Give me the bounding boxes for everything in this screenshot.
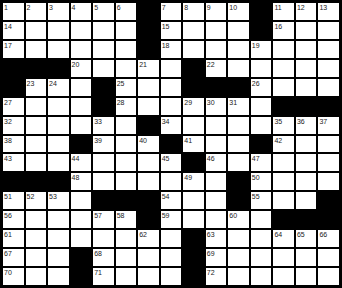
cell-r8c5[interactable]: 39	[92, 135, 115, 154]
cell-r3c6[interactable]	[115, 40, 138, 59]
cell-r11c2[interactable]: 52	[25, 191, 48, 210]
cell-r2c4[interactable]	[70, 21, 93, 40]
cell-r11c4[interactable]	[70, 191, 93, 210]
cell-r1c5[interactable]: 5	[92, 2, 115, 21]
clue-number: 44	[72, 154, 80, 163]
cell-r3c4[interactable]	[70, 40, 93, 59]
clue-number: 48	[72, 173, 80, 182]
clue-number: 9	[207, 3, 211, 12]
clue-number: 36	[297, 117, 305, 126]
clue-number: 15	[162, 22, 170, 31]
cell-r7c4[interactable]	[70, 116, 93, 135]
clue-number: 42	[274, 136, 282, 145]
cell-r1c1[interactable]: 1	[2, 2, 25, 21]
cell-r3c14[interactable]	[295, 40, 318, 59]
clue-number: 5	[94, 3, 98, 12]
cell-r10c15[interactable]	[317, 172, 340, 191]
cell-r14c11[interactable]	[227, 248, 250, 267]
block-cell-r5c1	[2, 78, 25, 97]
cell-r8c11[interactable]	[227, 135, 250, 154]
cell-r13c2[interactable]	[25, 229, 48, 248]
block-cell-r7c7	[137, 116, 160, 135]
cell-r5c12[interactable]: 26	[250, 78, 273, 97]
cell-r8c9[interactable]: 41	[182, 135, 205, 154]
cell-r12c9[interactable]	[182, 210, 205, 229]
clue-number: 43	[4, 154, 12, 163]
block-cell-r6c15	[317, 97, 340, 116]
clue-number: 26	[252, 79, 260, 88]
clue-number: 58	[117, 211, 125, 220]
cell-r2c11[interactable]	[227, 21, 250, 40]
clue-number: 1	[4, 3, 8, 12]
cell-r5c3[interactable]: 24	[47, 78, 70, 97]
clue-number: 33	[94, 117, 102, 126]
cell-r7c2[interactable]	[25, 116, 48, 135]
cell-r12c1[interactable]: 56	[2, 210, 25, 229]
clue-number: 59	[162, 211, 170, 220]
cell-r15c13[interactable]	[272, 267, 295, 286]
cell-r9c3[interactable]	[47, 153, 70, 172]
cell-r14c10[interactable]: 69	[205, 248, 228, 267]
cell-r14c13[interactable]	[272, 248, 295, 267]
block-cell-r4c1	[2, 59, 25, 78]
cell-r15c12[interactable]	[250, 267, 273, 286]
block-cell-r1c12	[250, 2, 273, 21]
cell-r13c6[interactable]	[115, 229, 138, 248]
cell-r15c10[interactable]: 72	[205, 267, 228, 286]
cell-r12c4[interactable]	[70, 210, 93, 229]
clue-number: 23	[27, 79, 35, 88]
clue-number: 17	[4, 41, 12, 50]
cell-r6c4[interactable]	[70, 97, 93, 116]
clue-number: 20	[72, 60, 80, 69]
cell-r14c8[interactable]	[160, 248, 183, 267]
cell-r6c2[interactable]	[25, 97, 48, 116]
cell-r13c13[interactable]: 64	[272, 229, 295, 248]
cell-r12c5[interactable]: 57	[92, 210, 115, 229]
clue-number: 52	[27, 192, 35, 201]
block-cell-r4c9	[182, 59, 205, 78]
cell-r11c9[interactable]	[182, 191, 205, 210]
cell-r10c14[interactable]	[295, 172, 318, 191]
cell-r9c5[interactable]	[92, 153, 115, 172]
block-cell-r11c11	[227, 191, 250, 210]
cell-r5c14[interactable]	[295, 78, 318, 97]
cell-r7c1[interactable]: 32	[2, 116, 25, 135]
cell-r10c8[interactable]	[160, 172, 183, 191]
cell-r7c6[interactable]	[115, 116, 138, 135]
cell-r2c2[interactable]	[25, 21, 48, 40]
clue-number: 47	[252, 154, 260, 163]
block-cell-r10c11	[227, 172, 250, 191]
cell-r10c5[interactable]	[92, 172, 115, 191]
cell-r10c13[interactable]	[272, 172, 295, 191]
cell-r7c15[interactable]: 37	[317, 116, 340, 135]
clue-number: 72	[207, 268, 215, 277]
cell-r10c7[interactable]	[137, 172, 160, 191]
cell-r7c11[interactable]	[227, 116, 250, 135]
cell-r3c2[interactable]	[25, 40, 48, 59]
cell-r11c14[interactable]	[295, 191, 318, 210]
cell-r1c9[interactable]: 8	[182, 2, 205, 21]
cell-r8c7[interactable]: 40	[137, 135, 160, 154]
cell-r1c8[interactable]: 7	[160, 2, 183, 21]
cell-r2c15[interactable]	[317, 21, 340, 40]
cell-r11c12[interactable]: 55	[250, 191, 273, 210]
cell-r2c14[interactable]	[295, 21, 318, 40]
clue-number: 11	[274, 3, 281, 12]
cell-r13c4[interactable]	[70, 229, 93, 248]
clue-number: 28	[117, 98, 125, 107]
cell-r14c14[interactable]	[295, 248, 318, 267]
cell-r14c7[interactable]	[137, 248, 160, 267]
cell-r3c12[interactable]: 19	[250, 40, 273, 59]
cell-r1c10[interactable]: 9	[205, 2, 228, 21]
cell-r8c6[interactable]	[115, 135, 138, 154]
clue-number: 16	[274, 22, 282, 31]
cell-r3c13[interactable]	[272, 40, 295, 59]
block-cell-r4c3	[47, 59, 70, 78]
cell-r13c11[interactable]	[227, 229, 250, 248]
cell-r5c7[interactable]	[137, 78, 160, 97]
cell-r12c2[interactable]	[25, 210, 48, 229]
block-cell-r14c4	[70, 248, 93, 267]
cell-r11c3[interactable]: 53	[47, 191, 70, 210]
cell-r9c1[interactable]: 43	[2, 153, 25, 172]
cell-r6c3[interactable]	[47, 97, 70, 116]
cell-r3c9[interactable]	[182, 40, 205, 59]
cell-r9c8[interactable]: 45	[160, 153, 183, 172]
cell-r5c2[interactable]: 23	[25, 78, 48, 97]
cell-r2c1[interactable]: 14	[2, 21, 25, 40]
cell-r1c4[interactable]: 4	[70, 2, 93, 21]
block-cell-r2c7	[137, 21, 160, 40]
clue-number: 37	[319, 117, 327, 126]
cell-r6c1[interactable]: 27	[2, 97, 25, 116]
block-cell-r12c13	[272, 210, 295, 229]
cell-r15c6[interactable]	[115, 267, 138, 286]
cell-r7c12[interactable]	[250, 116, 273, 135]
block-cell-r9c9	[182, 153, 205, 172]
block-cell-r10c2	[25, 172, 48, 191]
cell-r4c6[interactable]	[115, 59, 138, 78]
cell-r10c6[interactable]	[115, 172, 138, 191]
cell-r2c10[interactable]	[205, 21, 228, 40]
cell-r13c1[interactable]: 61	[2, 229, 25, 248]
cell-r4c10[interactable]: 22	[205, 59, 228, 78]
cell-r11c1[interactable]: 51	[2, 191, 25, 210]
cell-r9c2[interactable]	[25, 153, 48, 172]
cell-r8c14[interactable]	[295, 135, 318, 154]
cell-r6c12[interactable]	[250, 97, 273, 116]
cell-r15c15[interactable]	[317, 267, 340, 286]
block-cell-r5c5	[92, 78, 115, 97]
clue-number: 56	[4, 211, 12, 220]
block-cell-r10c1	[2, 172, 25, 191]
cell-r9c14[interactable]	[295, 153, 318, 172]
cell-r15c7[interactable]	[137, 267, 160, 286]
cell-r11c13[interactable]	[272, 191, 295, 210]
clue-number: 62	[139, 230, 147, 239]
clue-number: 6	[117, 3, 121, 12]
clue-number: 46	[207, 154, 215, 163]
cell-r14c15[interactable]	[317, 248, 340, 267]
block-cell-r12c15	[317, 210, 340, 229]
cell-r14c2[interactable]	[25, 248, 48, 267]
cell-r2c9[interactable]	[182, 21, 205, 40]
cell-r1c15[interactable]: 13	[317, 2, 340, 21]
cell-r4c14[interactable]	[295, 59, 318, 78]
clue-number: 32	[4, 117, 12, 126]
cell-r10c10[interactable]	[205, 172, 228, 191]
cell-r13c14[interactable]: 65	[295, 229, 318, 248]
cell-r5c4[interactable]	[70, 78, 93, 97]
cell-r2c8[interactable]: 15	[160, 21, 183, 40]
clue-number: 49	[184, 173, 192, 182]
cell-r14c5[interactable]: 68	[92, 248, 115, 267]
block-cell-r10c3	[47, 172, 70, 191]
cell-r7c13[interactable]: 35	[272, 116, 295, 135]
cell-r9c6[interactable]	[115, 153, 138, 172]
cell-r15c2[interactable]	[25, 267, 48, 286]
block-cell-r6c14	[295, 97, 318, 116]
cell-r14c3[interactable]	[47, 248, 70, 267]
block-cell-r11c15	[317, 191, 340, 210]
clue-number: 41	[184, 136, 192, 145]
cell-r2c3[interactable]	[47, 21, 70, 40]
cell-r7c14[interactable]: 36	[295, 116, 318, 135]
clue-number: 38	[4, 136, 12, 145]
cell-r12c6[interactable]: 58	[115, 210, 138, 229]
clue-number: 66	[319, 230, 327, 239]
clue-number: 51	[4, 192, 12, 201]
clue-number: 18	[162, 41, 170, 50]
cell-r1c6[interactable]: 6	[115, 2, 138, 21]
cell-r4c12[interactable]	[250, 59, 273, 78]
cell-r12c11[interactable]: 60	[227, 210, 250, 229]
cell-r6c9[interactable]: 29	[182, 97, 205, 116]
cell-r8c3[interactable]	[47, 135, 70, 154]
cell-r12c12[interactable]	[250, 210, 273, 229]
clue-number: 24	[49, 79, 57, 88]
cell-r5c8[interactable]	[160, 78, 183, 97]
cell-r3c10[interactable]	[205, 40, 228, 59]
cell-r5c13[interactable]	[272, 78, 295, 97]
clue-number: 7	[162, 3, 166, 12]
cell-r5c15[interactable]	[317, 78, 340, 97]
block-cell-r2c12	[250, 21, 273, 40]
block-cell-r14c9	[182, 248, 205, 267]
cell-r7c10[interactable]	[205, 116, 228, 135]
clue-number: 39	[94, 136, 102, 145]
cell-r15c5[interactable]: 71	[92, 267, 115, 286]
cell-r4c11[interactable]	[227, 59, 250, 78]
cell-r3c15[interactable]	[317, 40, 340, 59]
cell-r11c8[interactable]: 54	[160, 191, 183, 210]
clue-number: 68	[94, 249, 102, 258]
cell-r11c10[interactable]	[205, 191, 228, 210]
clue-number: 2	[27, 3, 31, 12]
cell-r1c3[interactable]: 3	[47, 2, 70, 21]
cell-r13c8[interactable]	[160, 229, 183, 248]
clue-number: 8	[184, 3, 188, 12]
clue-number: 35	[274, 117, 282, 126]
cell-r3c8[interactable]: 18	[160, 40, 183, 59]
cell-r3c5[interactable]	[92, 40, 115, 59]
cell-r15c3[interactable]	[47, 267, 70, 286]
cell-r10c12[interactable]: 50	[250, 172, 273, 191]
clue-number: 70	[4, 268, 12, 277]
clue-number: 67	[4, 249, 12, 258]
block-cell-r15c4	[70, 267, 93, 286]
cell-r9c4[interactable]: 44	[70, 153, 93, 172]
cell-r2c5[interactable]	[92, 21, 115, 40]
cell-r5c6[interactable]: 25	[115, 78, 138, 97]
clue-number: 40	[139, 136, 147, 145]
clue-number: 14	[4, 22, 12, 31]
clue-number: 27	[4, 98, 12, 107]
clue-number: 50	[252, 173, 260, 182]
block-cell-r15c9	[182, 267, 205, 286]
cell-r8c10[interactable]	[205, 135, 228, 154]
block-cell-r5c11	[227, 78, 250, 97]
block-cell-r11c6	[115, 191, 138, 210]
clue-number: 54	[162, 192, 170, 201]
cell-r13c7[interactable]: 62	[137, 229, 160, 248]
cell-r8c15[interactable]	[317, 135, 340, 154]
cell-r15c14[interactable]	[295, 267, 318, 286]
cell-r14c12[interactable]	[250, 248, 273, 267]
cell-r6c7[interactable]	[137, 97, 160, 116]
cell-r14c1[interactable]: 67	[2, 248, 25, 267]
cell-r13c12[interactable]	[250, 229, 273, 248]
cell-r12c8[interactable]: 59	[160, 210, 183, 229]
cell-r8c13[interactable]: 42	[272, 135, 295, 154]
crossword-grid: 1234567891011121314151617181920212223242…	[0, 0, 342, 288]
clue-number: 57	[94, 211, 102, 220]
clue-number: 4	[72, 3, 76, 12]
clue-number: 69	[207, 249, 215, 258]
cell-r12c3[interactable]	[47, 210, 70, 229]
cell-r9c11[interactable]	[227, 153, 250, 172]
cell-r6c10[interactable]: 30	[205, 97, 228, 116]
block-cell-r11c7	[137, 191, 160, 210]
cell-r4c8[interactable]	[160, 59, 183, 78]
cell-r1c2[interactable]: 2	[25, 2, 48, 21]
cell-r13c10[interactable]: 63	[205, 229, 228, 248]
cell-r7c9[interactable]	[182, 116, 205, 135]
cell-r7c5[interactable]: 33	[92, 116, 115, 135]
clue-number: 65	[297, 230, 305, 239]
cell-r9c12[interactable]: 47	[250, 153, 273, 172]
block-cell-r13c9	[182, 229, 205, 248]
cell-r6c6[interactable]: 28	[115, 97, 138, 116]
clue-number: 21	[139, 60, 147, 69]
cell-r4c7[interactable]: 21	[137, 59, 160, 78]
clue-number: 31	[229, 98, 237, 107]
clue-number: 34	[162, 117, 170, 126]
block-cell-r5c10	[205, 78, 228, 97]
clue-number: 60	[229, 211, 237, 220]
cell-r4c5[interactable]	[92, 59, 115, 78]
block-cell-r12c14	[295, 210, 318, 229]
cell-r1c11[interactable]: 10	[227, 2, 250, 21]
cell-r15c8[interactable]	[160, 267, 183, 286]
cell-r8c1[interactable]: 38	[2, 135, 25, 154]
clue-number: 71	[94, 268, 102, 277]
cell-r13c15[interactable]: 66	[317, 229, 340, 248]
cell-r3c1[interactable]: 17	[2, 40, 25, 59]
cell-r7c8[interactable]: 34	[160, 116, 183, 135]
clue-number: 64	[274, 230, 282, 239]
cell-r6c8[interactable]	[160, 97, 183, 116]
block-cell-r5c9	[182, 78, 205, 97]
cell-r1c14[interactable]: 12	[295, 2, 318, 21]
cell-r9c13[interactable]	[272, 153, 295, 172]
block-cell-r4c2	[25, 59, 48, 78]
cell-r2c13[interactable]: 16	[272, 21, 295, 40]
clue-number: 63	[207, 230, 215, 239]
clue-number: 30	[207, 98, 215, 107]
block-cell-r8c4	[70, 135, 93, 154]
clue-number: 10	[229, 3, 237, 12]
cell-r4c15[interactable]	[317, 59, 340, 78]
cell-r13c3[interactable]	[47, 229, 70, 248]
cell-r12c10[interactable]	[205, 210, 228, 229]
cell-r15c11[interactable]	[227, 267, 250, 286]
block-cell-r11c5	[92, 191, 115, 210]
clue-number: 13	[319, 3, 327, 12]
cell-r9c10[interactable]: 46	[205, 153, 228, 172]
cell-r7c3[interactable]	[47, 116, 70, 135]
block-cell-r6c5	[92, 97, 115, 116]
cell-r9c7[interactable]	[137, 153, 160, 172]
clue-number: 25	[117, 79, 125, 88]
block-cell-r6c13	[272, 97, 295, 116]
clue-number: 53	[49, 192, 57, 201]
clue-number: 19	[252, 41, 260, 50]
clue-number: 12	[297, 3, 305, 12]
block-cell-r1c7	[137, 2, 160, 21]
cell-r9c15[interactable]	[317, 153, 340, 172]
block-cell-r8c12	[250, 135, 273, 154]
cell-r6c11[interactable]: 31	[227, 97, 250, 116]
cell-r3c3[interactable]	[47, 40, 70, 59]
block-cell-r12c7	[137, 210, 160, 229]
clue-number: 22	[207, 60, 215, 69]
cell-r8c2[interactable]	[25, 135, 48, 154]
cell-r2c6[interactable]	[115, 21, 138, 40]
cell-r1c13[interactable]: 11	[272, 2, 295, 21]
block-cell-r3c7	[137, 40, 160, 59]
cell-r15c1[interactable]: 70	[2, 267, 25, 286]
clue-number: 45	[162, 154, 170, 163]
cell-r4c13[interactable]	[272, 59, 295, 78]
clue-number: 3	[49, 3, 53, 12]
block-cell-r8c8	[160, 135, 183, 154]
clue-number: 55	[252, 192, 260, 201]
cell-r10c4[interactable]: 48	[70, 172, 93, 191]
cell-r10c9[interactable]: 49	[182, 172, 205, 191]
clue-number: 29	[184, 98, 192, 107]
clue-number: 61	[4, 230, 12, 239]
cell-r13c5[interactable]	[92, 229, 115, 248]
cell-r3c11[interactable]	[227, 40, 250, 59]
cell-r4c4[interactable]: 20	[70, 59, 93, 78]
cell-r14c6[interactable]	[115, 248, 138, 267]
